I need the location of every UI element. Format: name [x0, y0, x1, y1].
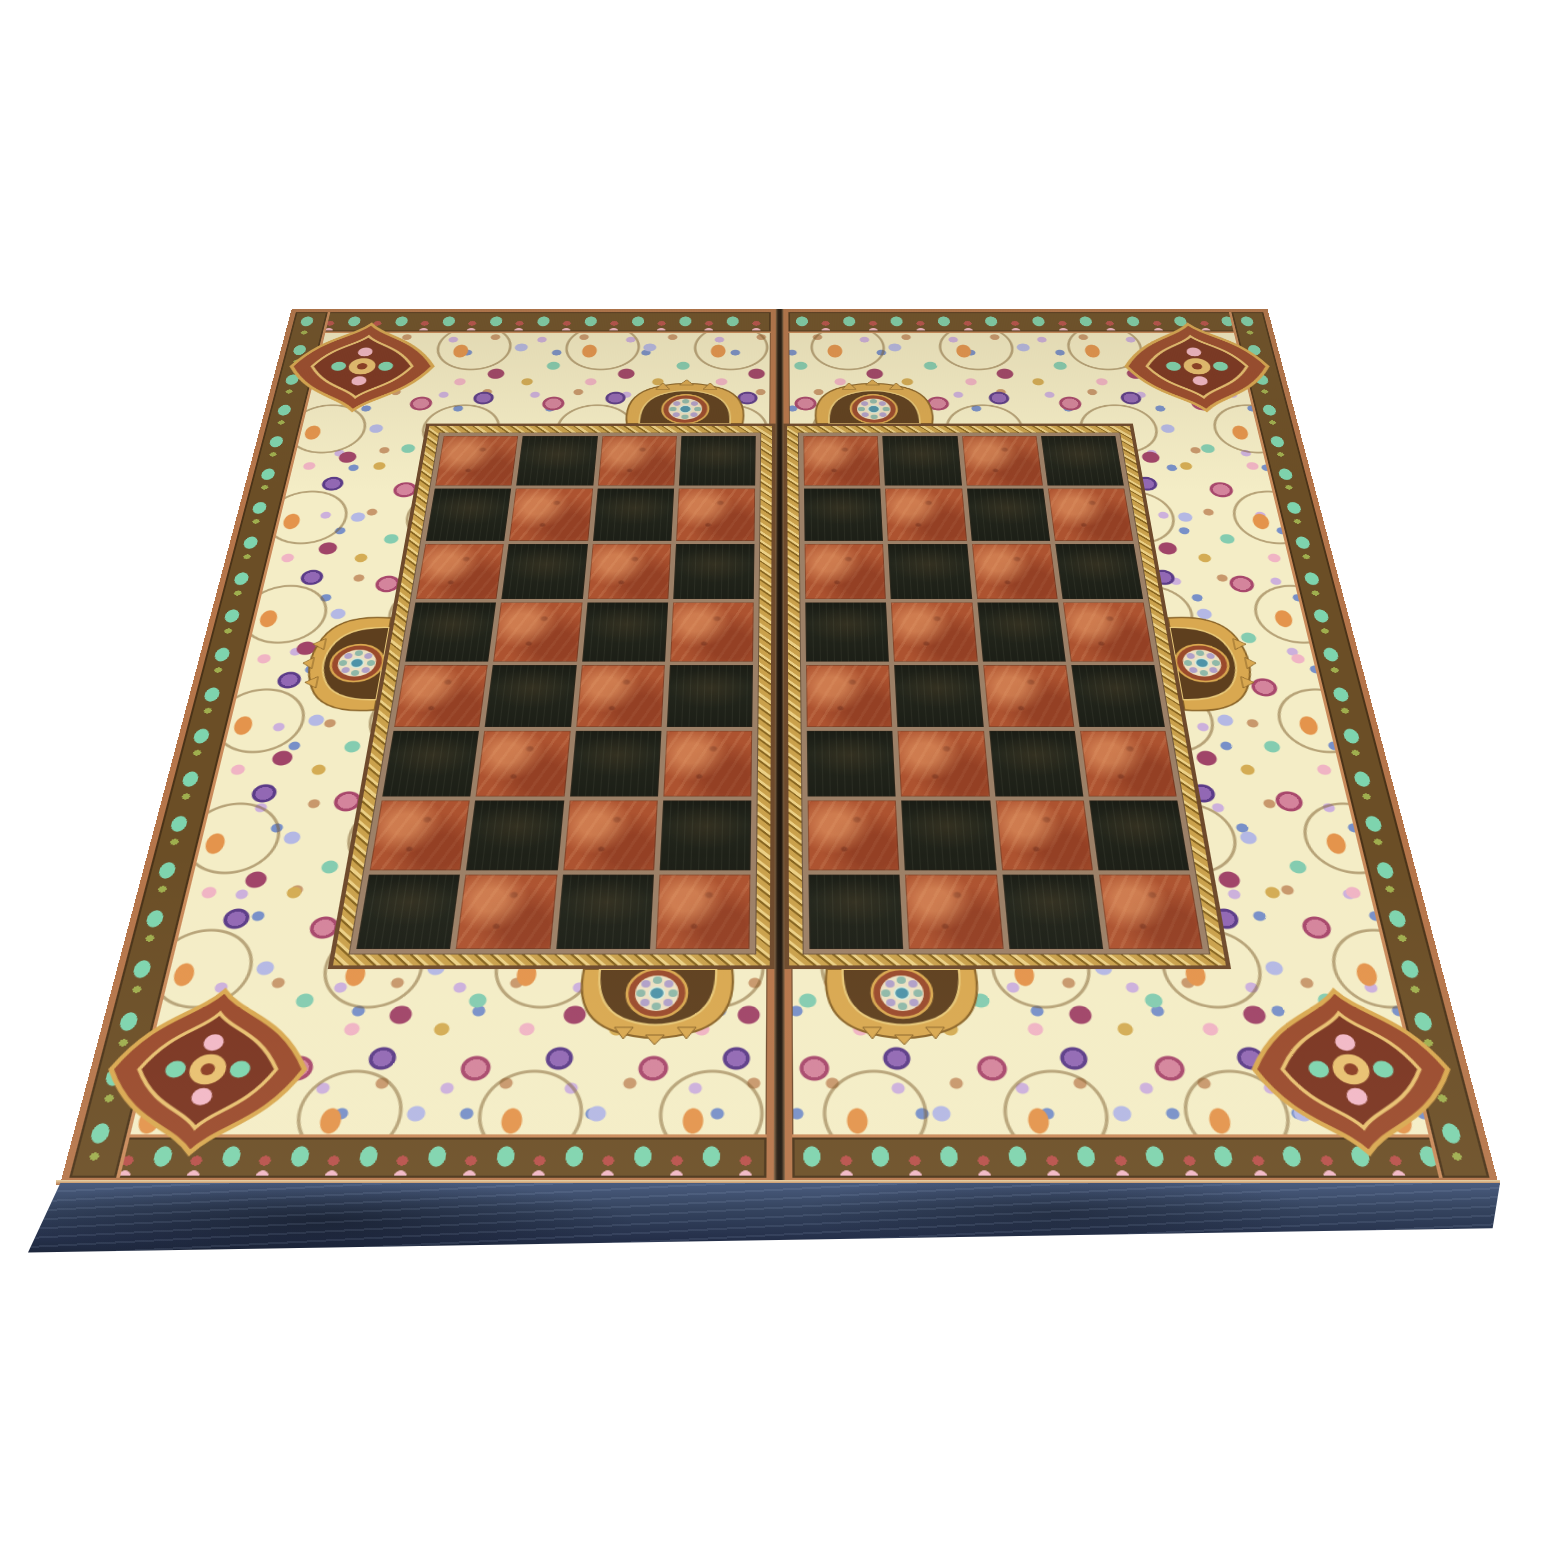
square-h5[interactable]	[1063, 603, 1154, 661]
square-b1[interactable]	[456, 875, 557, 950]
square-c4[interactable]	[576, 665, 665, 727]
checkerboard-right-half	[798, 433, 1210, 955]
square-h8[interactable]	[1041, 436, 1124, 486]
square-g3[interactable]	[989, 731, 1083, 797]
square-f3[interactable]	[898, 731, 990, 797]
square-f1[interactable]	[905, 875, 1003, 950]
square-g7[interactable]	[966, 489, 1049, 541]
square-b7[interactable]	[509, 489, 592, 541]
board-scene	[0, 0, 1551, 1551]
square-d1[interactable]	[655, 875, 750, 950]
square-d6[interactable]	[673, 544, 755, 599]
square-b5[interactable]	[493, 603, 582, 661]
rosette-medallion-icon	[815, 969, 992, 1047]
square-e7[interactable]	[804, 489, 883, 541]
square-a5[interactable]	[405, 603, 496, 661]
chessboard-top-surface	[60, 309, 1499, 1184]
leaf-border-band	[792, 1134, 1489, 1177]
square-a2[interactable]	[370, 800, 470, 870]
leaf-border-band	[69, 312, 330, 1178]
square-a1[interactable]	[356, 875, 460, 950]
rosette-medallion-icon	[618, 379, 752, 424]
square-c5[interactable]	[582, 603, 668, 661]
square-b3[interactable]	[476, 731, 570, 797]
square-e6[interactable]	[805, 544, 886, 599]
square-d2[interactable]	[659, 800, 751, 870]
square-d4[interactable]	[667, 665, 753, 727]
square-b8[interactable]	[516, 436, 597, 486]
square-e1[interactable]	[808, 875, 903, 950]
checkerboard-frame	[784, 424, 1232, 970]
square-g8[interactable]	[962, 436, 1043, 486]
square-f2[interactable]	[901, 800, 996, 870]
square-f4[interactable]	[894, 665, 983, 727]
square-c1[interactable]	[556, 875, 654, 950]
rosette-medallion-icon	[566, 969, 743, 1047]
square-h6[interactable]	[1055, 544, 1143, 599]
square-e4[interactable]	[806, 665, 892, 727]
square-e5[interactable]	[805, 603, 889, 661]
square-c3[interactable]	[569, 731, 661, 797]
square-h7[interactable]	[1048, 489, 1134, 541]
square-e3[interactable]	[807, 731, 896, 797]
square-b2[interactable]	[466, 800, 564, 870]
square-g6[interactable]	[972, 544, 1058, 599]
square-h2[interactable]	[1089, 800, 1189, 870]
square-g2[interactable]	[995, 800, 1093, 870]
square-g5[interactable]	[977, 603, 1066, 661]
leaf-border-band	[69, 1134, 766, 1177]
square-e2[interactable]	[808, 800, 900, 870]
square-g4[interactable]	[983, 665, 1074, 727]
square-d3[interactable]	[663, 731, 752, 797]
square-g1[interactable]	[1002, 875, 1103, 950]
square-h1[interactable]	[1099, 875, 1203, 950]
square-a8[interactable]	[435, 436, 518, 486]
rosette-medallion-icon	[807, 379, 941, 424]
square-e8[interactable]	[803, 436, 880, 486]
square-c2[interactable]	[563, 800, 658, 870]
square-c8[interactable]	[598, 436, 677, 486]
board-half-left	[60, 309, 776, 1184]
square-f6[interactable]	[888, 544, 972, 599]
leaf-border-band	[290, 312, 770, 333]
square-a3[interactable]	[382, 731, 479, 797]
square-h3[interactable]	[1080, 731, 1177, 797]
square-f8[interactable]	[882, 436, 961, 486]
leaf-border-band	[788, 312, 1268, 333]
square-f5[interactable]	[891, 603, 977, 661]
square-b6[interactable]	[502, 544, 588, 599]
square-c6[interactable]	[587, 544, 671, 599]
square-b4[interactable]	[485, 665, 576, 727]
square-h4[interactable]	[1071, 665, 1165, 727]
square-a4[interactable]	[394, 665, 488, 727]
fold-hinge-seam	[774, 309, 785, 1184]
square-f7[interactable]	[885, 489, 966, 541]
square-a6[interactable]	[416, 544, 504, 599]
square-d8[interactable]	[679, 436, 756, 486]
leaf-border-band	[1229, 312, 1490, 1178]
checkerboard-frame	[328, 424, 776, 970]
photo-canvas	[0, 0, 1551, 1551]
board-half-right	[783, 309, 1498, 1184]
checkerboard-left-half	[349, 433, 762, 955]
square-a7[interactable]	[426, 489, 512, 541]
square-d5[interactable]	[670, 603, 754, 661]
square-d7[interactable]	[676, 489, 755, 541]
square-c7[interactable]	[593, 489, 674, 541]
